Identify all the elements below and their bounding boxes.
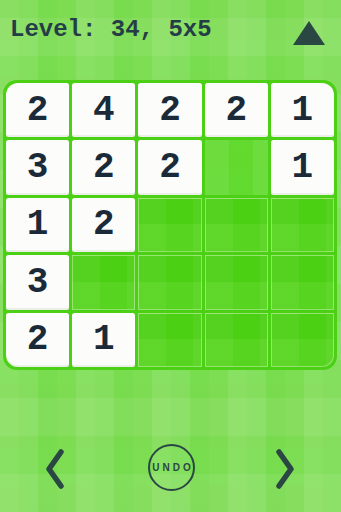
next-level-button[interactable] [274,449,296,489]
cell-r4c5[interactable] [271,255,334,309]
tile-1-r2c5[interactable]: 1 [271,140,334,194]
tile-2-r5c1[interactable]: 2 [6,313,69,367]
tile-2-r2c3[interactable]: 2 [138,140,201,194]
chevron-left-icon [49,452,61,486]
cell-r2c4 [205,140,268,194]
tile-1-r1c5[interactable]: 1 [271,83,334,137]
cell-r3c4[interactable] [205,198,268,252]
chevron-right-icon [279,452,291,486]
level-title: Level: 34, 5x5 [10,16,212,44]
tile-3-r2c1[interactable]: 3 [6,140,69,194]
prev-level-button[interactable] [44,449,66,489]
tile-2-r2c2[interactable]: 2 [72,140,135,194]
tile-3-r4c1[interactable]: 3 [6,255,69,309]
tile-2-r3c2[interactable]: 2 [72,198,135,252]
menu-toggle-button[interactable] [289,16,329,50]
undo-label: UNDO [149,462,193,473]
tile-1-r3c1[interactable]: 1 [6,198,69,252]
tile-2-r1c1[interactable]: 2 [6,83,69,137]
tile-1-r5c2[interactable]: 1 [72,313,135,367]
tile-2-r1c3[interactable]: 2 [138,83,201,137]
cell-r3c5[interactable] [271,198,334,252]
cell-r4c4[interactable] [205,255,268,309]
tile-2-r1c4[interactable]: 2 [205,83,268,137]
cell-r4c3[interactable] [138,255,201,309]
cell-r5c4[interactable] [205,313,268,367]
board: 24221322112321 [3,80,337,370]
cell-r3c3[interactable] [138,198,201,252]
tile-4-r1c2[interactable]: 4 [72,83,135,137]
triangle-up-icon [293,21,325,45]
undo-button[interactable]: UNDO [148,444,195,491]
app-screen: Level: 34, 5x5 24221322112321 UNDO [0,0,341,512]
cell-r5c5[interactable] [271,313,334,367]
cell-r4c2[interactable] [72,255,135,309]
cell-r5c3[interactable] [138,313,201,367]
